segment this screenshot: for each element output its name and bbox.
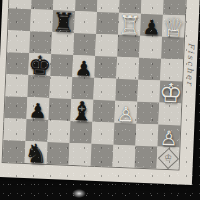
logo-diamond-icon: ♔ (157, 147, 178, 168)
square-g3[interactable] (136, 102, 159, 125)
square-h4[interactable]: ♔ (159, 81, 182, 104)
square-g5[interactable] (138, 58, 161, 81)
square-a6[interactable] (7, 30, 30, 53)
square-g1[interactable] (135, 146, 158, 169)
square-e3[interactable] (92, 100, 115, 123)
square-a7[interactable] (8, 8, 31, 31)
board-frame: ♜♖♟♕♚♟♔♟♝♙♙♞♔ Fischer (0, 0, 200, 185)
piece-white-pawn[interactable]: ♙ (114, 101, 137, 124)
piece-black-pawn[interactable]: ♟ (72, 55, 95, 78)
piece-black-bishop[interactable]: ♝ (70, 99, 93, 122)
square-d5[interactable]: ♟ (72, 55, 95, 78)
square-g7[interactable]: ♟ (140, 14, 163, 37)
square-f1[interactable] (113, 145, 136, 168)
square-g2[interactable] (135, 124, 158, 147)
square-f5[interactable] (116, 57, 139, 80)
square-a3[interactable] (4, 96, 27, 119)
piece-black-pawn[interactable]: ♟ (140, 14, 163, 37)
square-e8[interactable] (97, 0, 120, 13)
piece-white-rook[interactable]: ♖ (118, 13, 141, 36)
square-b5[interactable]: ♚ (28, 53, 51, 76)
square-e5[interactable] (94, 56, 117, 79)
piece-white-king[interactable]: ♔ (159, 81, 182, 104)
square-d6[interactable] (73, 33, 96, 56)
square-g8[interactable] (141, 0, 164, 15)
square-c1[interactable] (47, 142, 70, 165)
square-e4[interactable] (93, 78, 116, 101)
square-a5[interactable] (6, 52, 29, 75)
square-c5[interactable] (50, 54, 73, 77)
square-d3[interactable]: ♝ (70, 99, 93, 122)
square-a2[interactable] (4, 118, 27, 141)
piece-black-knight[interactable]: ♞ (25, 141, 48, 164)
square-c2[interactable] (48, 120, 71, 143)
square-f3[interactable]: ♙ (114, 101, 137, 124)
piece-black-rook[interactable]: ♜ (52, 10, 75, 33)
chess-board: ♜♖♟♕♚♟♔♟♝♙♙♞♔ (2, 0, 187, 171)
glare-spot (72, 189, 86, 198)
photo-scene: ♜♖♟♕♚♟♔♟♝♙♙♞♔ Fischer (0, 0, 200, 200)
square-h2[interactable]: ♙ (157, 125, 180, 148)
square-c7[interactable]: ♜ (52, 10, 75, 33)
square-f4[interactable] (115, 79, 138, 102)
square-e2[interactable] (91, 122, 114, 145)
piece-black-king[interactable]: ♚ (28, 53, 51, 76)
piece-white-pawn[interactable]: ♙ (157, 125, 180, 148)
square-f7[interactable]: ♖ (118, 13, 141, 36)
square-d1[interactable] (69, 143, 92, 166)
square-b1[interactable]: ♞ (25, 141, 48, 164)
square-c3[interactable] (48, 98, 71, 121)
square-e6[interactable] (95, 34, 118, 57)
piece-black-pawn[interactable]: ♟ (26, 97, 49, 120)
square-d8[interactable] (75, 0, 98, 12)
square-d7[interactable] (74, 11, 97, 34)
square-e7[interactable] (96, 12, 119, 35)
square-e1[interactable] (91, 144, 114, 167)
square-g4[interactable] (137, 80, 160, 103)
square-a4[interactable] (5, 74, 28, 97)
chess-board-wrap: ♜♖♟♕♚♟♔♟♝♙♙♞♔ Fischer (0, 0, 200, 185)
square-h7[interactable]: ♕ (162, 15, 185, 38)
square-c4[interactable] (49, 76, 72, 99)
piece-white-queen[interactable]: ♕ (162, 15, 185, 38)
square-b7[interactable] (30, 9, 53, 32)
square-b3[interactable]: ♟ (26, 97, 49, 120)
brand-label: Fischer (185, 43, 196, 88)
square-a1[interactable] (3, 140, 26, 163)
